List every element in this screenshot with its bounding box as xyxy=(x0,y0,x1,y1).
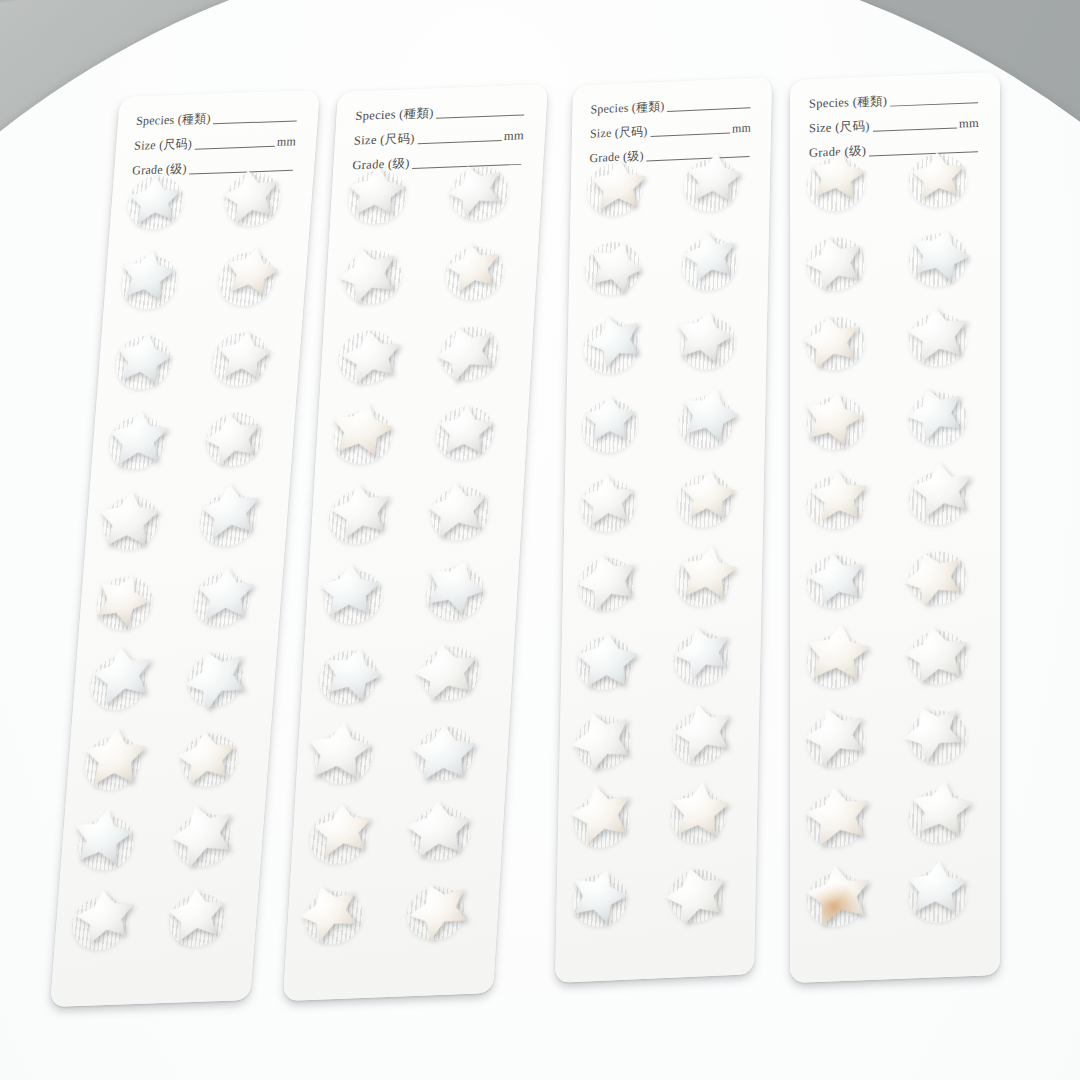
star-pearl xyxy=(802,781,875,851)
pearl-slot xyxy=(109,157,203,240)
star-pearl xyxy=(897,617,975,692)
star-pearl-body xyxy=(908,458,976,523)
star-pearl-body xyxy=(671,378,747,451)
star-pearl xyxy=(403,793,473,864)
star-pearl-body xyxy=(108,326,178,390)
star-pearl xyxy=(310,800,376,861)
pearl-highlight xyxy=(322,395,401,464)
star-pearl-body xyxy=(677,466,740,524)
star-pearl xyxy=(573,628,641,692)
star-pearl-body xyxy=(579,231,652,301)
star-pearl-body xyxy=(797,226,871,298)
pearl-slot xyxy=(892,771,984,854)
pearl-highlight xyxy=(174,722,239,792)
pearl-highlight xyxy=(671,378,747,451)
star-pearl xyxy=(898,376,974,450)
star-pearl xyxy=(797,226,871,298)
pearl-highlight xyxy=(218,240,286,302)
pearl-highlight xyxy=(667,615,739,689)
size-unit: mm xyxy=(276,134,296,150)
star-pearl xyxy=(108,326,178,390)
pearl-highlight xyxy=(677,466,740,524)
pearl-highlight xyxy=(433,403,497,458)
star-pearl xyxy=(900,855,974,922)
star-pearl-body xyxy=(799,310,865,373)
pearl-slot xyxy=(206,154,300,237)
star-pearl xyxy=(667,302,740,371)
star-pearl-body xyxy=(93,488,164,551)
pearl-slot xyxy=(892,135,984,218)
star-pearl xyxy=(669,696,739,768)
star-pearl xyxy=(412,547,496,624)
pearl-slot xyxy=(431,148,528,232)
pearl-highlight xyxy=(84,563,159,636)
pearl-highlight xyxy=(429,315,504,390)
star-pearl xyxy=(113,244,182,307)
pearl-highlight xyxy=(563,775,639,853)
pearl-highlight xyxy=(902,299,974,368)
star-pearl-body xyxy=(343,163,409,220)
star-pearl-body xyxy=(212,326,277,384)
pearl-highlight xyxy=(579,231,652,301)
star-pearl-body xyxy=(893,692,974,771)
star-pearl xyxy=(125,174,186,227)
pearl-highlight xyxy=(125,174,186,227)
star-pearl-body xyxy=(665,778,734,842)
pearl-highlight xyxy=(164,793,241,875)
pearl-slot xyxy=(561,618,650,701)
pearl-highlight xyxy=(93,488,164,551)
star-pearl-body xyxy=(667,615,739,689)
pearl-highlight xyxy=(297,715,380,789)
pearl-slot xyxy=(84,478,178,561)
star-pearl xyxy=(429,315,504,390)
star-pearl-body xyxy=(218,240,286,302)
star-pearl-body xyxy=(807,466,870,527)
pearl-slot xyxy=(892,294,984,377)
pearl-highlight xyxy=(799,310,865,373)
pearl-highlight xyxy=(898,376,974,450)
pearl-highlight xyxy=(893,537,974,616)
star-pearl-body xyxy=(297,715,380,789)
star-pearl xyxy=(164,793,241,875)
pearl-highlight xyxy=(408,718,478,787)
star-pearl xyxy=(909,150,967,202)
star-pearl xyxy=(678,223,742,288)
pearl-slot xyxy=(559,697,648,780)
star-pearl-body xyxy=(103,407,174,471)
pearl-slot xyxy=(653,851,742,934)
star-pearl-body xyxy=(670,538,745,609)
pearl-slot xyxy=(892,215,984,298)
pearl-slot xyxy=(53,878,147,961)
star-pearl-body xyxy=(322,395,401,464)
pearl-highlight xyxy=(582,390,637,447)
star-pearl-body xyxy=(80,724,150,791)
star-pearl xyxy=(433,403,497,458)
star-pearl xyxy=(80,724,150,791)
pearl-slot xyxy=(562,539,651,622)
pearl-slot xyxy=(426,228,523,312)
star-pearl-body xyxy=(329,235,407,313)
pearl-highlight xyxy=(669,696,739,768)
species-label: Species (種類) xyxy=(136,111,212,130)
pearl-highlight xyxy=(316,559,384,622)
star-pearl-body xyxy=(897,617,975,692)
star-pearl xyxy=(329,235,407,313)
pearl-slot xyxy=(163,715,257,798)
pearl-highlight xyxy=(108,326,178,390)
star-pearl xyxy=(322,395,401,464)
star-pearl xyxy=(893,537,974,616)
pearl-highlight xyxy=(103,407,174,471)
star-pearl-body xyxy=(902,299,974,368)
star-pearl-body xyxy=(682,148,746,207)
pearl-highlight xyxy=(113,244,182,307)
pearl-slot xyxy=(557,776,646,859)
star-pearl xyxy=(343,163,409,220)
star-pearl xyxy=(794,383,870,453)
size-label: Size (尺码) xyxy=(590,124,648,143)
star-pearl xyxy=(799,310,865,373)
pearl-highlight xyxy=(72,880,139,951)
pearl-slot xyxy=(324,232,421,316)
pearl-highlight xyxy=(577,473,638,530)
star-pearl-body xyxy=(292,874,368,950)
pearl-highlight xyxy=(198,479,263,544)
star-pearl xyxy=(579,231,652,301)
pearl-card: Species (種類) Size (尺码) mm Grade (级) xyxy=(790,72,1000,983)
pearl-highlight xyxy=(797,698,874,773)
star-pearl xyxy=(670,538,745,609)
star-pearl xyxy=(326,476,397,547)
pearl-slot xyxy=(659,535,748,618)
star-pearl xyxy=(582,390,637,447)
star-pearl-body xyxy=(441,155,510,225)
star-pearl-body xyxy=(429,315,504,390)
star-pearl xyxy=(337,321,406,390)
star-pearl xyxy=(401,871,479,949)
pearl-highlight xyxy=(65,803,139,870)
star-pearl-body xyxy=(803,861,876,931)
star-pearl-body xyxy=(337,321,406,390)
star-pearl-body xyxy=(563,775,639,853)
star-pearl xyxy=(93,488,164,551)
star-pearl xyxy=(292,874,368,950)
pearl-highlight xyxy=(199,402,266,473)
star-pearl xyxy=(90,640,156,711)
pearl-highlight xyxy=(569,541,646,620)
pearl-slot xyxy=(790,298,882,381)
size-label: Size (尺码) xyxy=(809,118,870,137)
star-pearl-body xyxy=(586,156,652,217)
pearl-slot xyxy=(665,219,754,302)
star-pearl-body xyxy=(165,885,229,947)
pearl-slot xyxy=(667,140,756,223)
scene: Species (種類) Size (尺码) mm Grade (级) xyxy=(0,0,1080,1080)
pearl-slot xyxy=(422,308,519,392)
pearl-highlight xyxy=(802,144,873,209)
star-pearl-body xyxy=(174,722,239,792)
pearl-slot xyxy=(90,398,184,481)
star-pearl xyxy=(561,698,643,782)
pearl-highlight xyxy=(901,218,979,290)
pearl-card: Species (種類) Size (尺码) mm Grade (级) xyxy=(555,77,772,983)
pearl-highlight xyxy=(313,638,392,709)
star-pearl-body xyxy=(658,855,735,934)
star-pearl xyxy=(191,564,261,626)
pearl-slot xyxy=(78,558,172,641)
pearl-slot xyxy=(310,472,407,556)
pearl-slot xyxy=(286,872,383,956)
star-pearl xyxy=(316,559,384,622)
size-label: Size (尺码) xyxy=(353,130,415,149)
pearl-highlight xyxy=(803,861,876,931)
star-pearl-body xyxy=(433,403,497,458)
pearl-highlight xyxy=(801,544,871,612)
star-pearl-body xyxy=(177,637,256,721)
pearl-highlight xyxy=(441,155,510,225)
pearl-slot xyxy=(60,798,154,881)
pearl-highlight xyxy=(797,617,878,691)
pearl-highlight xyxy=(403,793,473,864)
pearl-slot xyxy=(892,851,984,934)
pearl-highlight xyxy=(665,778,734,842)
star-pearl-body xyxy=(797,617,878,691)
pearl-slot xyxy=(188,394,282,477)
star-pearl xyxy=(441,155,510,225)
pearl-highlight xyxy=(90,640,156,711)
pearl-slot xyxy=(315,392,412,476)
star-pearl xyxy=(84,563,159,636)
pearl-slot xyxy=(66,718,160,801)
pearl-slot xyxy=(181,474,275,557)
pearl-highlight xyxy=(212,326,277,384)
star-pearl xyxy=(801,544,871,612)
star-pearl xyxy=(908,458,976,523)
star-pearl xyxy=(65,803,139,870)
star-pearl xyxy=(212,326,277,384)
pearl-slot xyxy=(320,312,417,396)
pearl-slot xyxy=(790,775,882,858)
pearl-slot xyxy=(564,460,653,543)
pearl-slot xyxy=(300,632,397,716)
star-pearl-body xyxy=(669,696,739,768)
pearl-highlight xyxy=(658,855,735,934)
star-pearl xyxy=(905,776,977,841)
star-pearl-body xyxy=(561,698,643,782)
star-pearl xyxy=(665,778,734,842)
pearl-slot xyxy=(393,788,490,872)
pearl-slot xyxy=(790,219,882,302)
star-pearl-body xyxy=(125,174,186,227)
pearl-highlight xyxy=(401,871,479,949)
pearl-slot xyxy=(295,712,392,796)
star-pearl-body xyxy=(65,803,139,870)
star-pearl xyxy=(902,299,974,368)
pearl-slot xyxy=(654,772,743,855)
pearl-slot xyxy=(151,875,245,958)
pearl-highlight xyxy=(909,150,967,202)
pearl-highlight xyxy=(407,632,484,710)
pearl-highlight xyxy=(682,148,746,207)
pearl-slot xyxy=(72,638,166,721)
pearl-highlight xyxy=(343,163,409,220)
pearl-slot xyxy=(388,868,485,952)
pearl-highlight xyxy=(326,476,397,547)
pearl-highlight xyxy=(586,156,652,217)
pearl-slot xyxy=(200,234,294,317)
star-pearl-body xyxy=(678,223,742,288)
star-pearl-body xyxy=(898,376,974,450)
star-pearl-body xyxy=(425,477,489,542)
star-pearl xyxy=(165,885,229,947)
size-label: Size (尺码) xyxy=(134,136,193,155)
star-pearl xyxy=(802,144,873,209)
pearl-highlight xyxy=(802,781,875,851)
pearl-slot xyxy=(291,792,388,876)
star-pearl xyxy=(797,698,874,773)
star-pearl xyxy=(671,378,747,451)
star-pearl-body xyxy=(573,628,641,692)
star-pearl xyxy=(563,775,639,853)
star-pearl xyxy=(901,218,979,290)
star-pearl xyxy=(103,407,174,471)
pearl-grid xyxy=(790,135,984,937)
star-pearl xyxy=(797,617,878,691)
star-pearl-body xyxy=(797,698,874,773)
star-pearl-body xyxy=(794,383,870,453)
pearl-highlight xyxy=(165,885,229,947)
star-pearl-body xyxy=(310,800,376,861)
pearl-slot xyxy=(790,139,882,222)
pearl-highlight xyxy=(329,235,407,313)
star-pearl-body xyxy=(900,855,974,922)
size-unit: mm xyxy=(732,121,751,136)
pearl-highlight xyxy=(219,162,283,231)
star-pearl-body xyxy=(802,781,875,851)
pearl-slot xyxy=(790,378,882,461)
star-pearl-body xyxy=(893,537,974,616)
star-pearl-body xyxy=(403,793,473,864)
pearl-slot xyxy=(662,377,751,460)
star-pearl xyxy=(807,466,870,527)
pearl-slot xyxy=(569,223,658,306)
star-pearl-body xyxy=(582,390,637,447)
star-pearl-body xyxy=(199,402,266,473)
pearl-slot xyxy=(892,533,984,616)
star-pearl xyxy=(682,148,746,207)
pearl-slot xyxy=(407,548,504,632)
pearl-slot xyxy=(565,381,654,464)
star-pearl xyxy=(803,861,876,931)
pearl-slot xyxy=(790,696,882,779)
pearl-slot xyxy=(175,554,269,637)
star-pearl-body xyxy=(569,541,646,620)
star-pearl-body xyxy=(407,632,484,710)
pearl-highlight xyxy=(425,477,489,542)
star-pearl xyxy=(407,632,484,710)
species-label: Species (種類) xyxy=(590,98,664,118)
pearl-highlight xyxy=(292,874,368,950)
species-blank-rule xyxy=(213,120,297,124)
pearl-highlight xyxy=(573,628,641,692)
pearl-highlight xyxy=(80,724,150,791)
star-pearl-body xyxy=(313,638,392,709)
star-pearl xyxy=(677,466,740,524)
pearl-slot xyxy=(556,855,645,938)
species-label: Species (種類) xyxy=(355,105,434,125)
pearl-highlight xyxy=(337,321,406,390)
pearl-slot xyxy=(570,144,659,227)
star-pearl xyxy=(297,715,380,789)
star-pearl xyxy=(658,855,735,934)
star-pearl-body xyxy=(401,871,479,949)
pearl-slot xyxy=(305,552,402,636)
star-pearl-body xyxy=(219,162,283,231)
star-pearl xyxy=(174,722,239,792)
star-pearl-body xyxy=(316,559,384,622)
pearl-highlight xyxy=(191,564,261,626)
star-pearl-body xyxy=(901,218,979,290)
star-pearl-body xyxy=(90,640,156,711)
pearl-highlight xyxy=(897,617,975,692)
pearl-slot xyxy=(402,628,499,712)
pearl-slot xyxy=(790,537,882,620)
star-pearl-body xyxy=(577,473,638,530)
pearl-slot xyxy=(657,614,746,697)
pearl-highlight xyxy=(412,547,496,624)
pearl-slot xyxy=(660,456,749,539)
pearl-slot xyxy=(567,302,656,385)
pearl-highlight xyxy=(667,302,740,371)
star-pearl-body xyxy=(802,144,873,209)
pearl-slot xyxy=(664,298,753,381)
star-pearl-body xyxy=(801,544,871,612)
star-pearl-body xyxy=(408,718,478,787)
star-pearl xyxy=(586,156,652,217)
pearl-highlight xyxy=(794,383,870,453)
star-pearl xyxy=(198,479,263,544)
pearl-slot xyxy=(892,612,984,695)
pearl-slot xyxy=(790,457,882,540)
star-pearl-body xyxy=(198,479,263,544)
pearl-slot xyxy=(790,616,882,699)
pearl-slot xyxy=(892,692,984,775)
star-pearl xyxy=(577,473,638,530)
pearl-slot xyxy=(412,468,509,552)
star-pearl-body xyxy=(905,776,977,841)
pearl-slot xyxy=(790,855,882,938)
star-pearl xyxy=(219,162,283,231)
pearl-slot xyxy=(97,317,191,400)
star-pearl xyxy=(425,477,489,542)
star-pearl xyxy=(667,615,739,689)
pearl-slot xyxy=(892,374,984,457)
pearl-slot xyxy=(417,388,514,472)
star-pearl xyxy=(72,880,139,951)
pearl-slot xyxy=(169,635,263,718)
star-pearl-body xyxy=(191,564,261,626)
pearl-highlight xyxy=(908,458,976,523)
star-pearl-body xyxy=(84,563,159,636)
star-pearl-body xyxy=(667,302,740,371)
pearl-highlight xyxy=(670,538,745,609)
pearl-highlight xyxy=(905,776,977,841)
pearl-highlight xyxy=(807,466,870,527)
pearl-slot xyxy=(103,237,197,320)
pearl-highlight xyxy=(561,698,643,782)
